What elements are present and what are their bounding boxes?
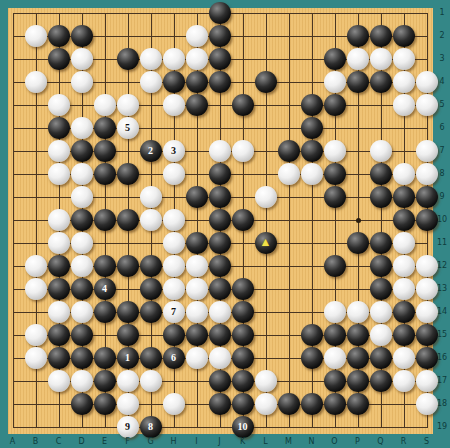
stone-white[interactable] — [209, 140, 231, 162]
col-label: F — [122, 438, 134, 446]
stone-black[interactable] — [140, 255, 162, 277]
stone-black[interactable] — [370, 232, 392, 254]
stone-white[interactable] — [255, 370, 277, 392]
stone-black[interactable] — [232, 370, 254, 392]
col-label: K — [237, 438, 249, 446]
stone-white[interactable] — [393, 370, 415, 392]
stone-white[interactable] — [163, 94, 185, 116]
col-label: Q — [375, 438, 387, 446]
stone-white[interactable] — [117, 94, 139, 116]
stone-white[interactable] — [25, 255, 47, 277]
stone-white[interactable] — [255, 393, 277, 415]
stone-black[interactable] — [232, 347, 254, 369]
row-label: 3 — [435, 55, 449, 63]
stone-white[interactable] — [370, 301, 392, 323]
col-label: J — [214, 438, 226, 446]
stone-black[interactable] — [347, 71, 369, 93]
stone-black[interactable] — [186, 324, 208, 346]
row-label: 5 — [435, 101, 449, 109]
col-label: L — [260, 438, 272, 446]
stone-white[interactable] — [94, 94, 116, 116]
stone-white[interactable] — [393, 347, 415, 369]
col-label: I — [191, 438, 203, 446]
col-label: E — [99, 438, 111, 446]
col-label: M — [283, 438, 295, 446]
col-label: O — [329, 438, 341, 446]
stone-white[interactable] — [347, 48, 369, 70]
stone-black[interactable] — [370, 25, 392, 47]
stone-black[interactable] — [209, 278, 231, 300]
stone-white[interactable] — [278, 163, 300, 185]
stone-black[interactable] — [94, 209, 116, 231]
stone-black[interactable] — [48, 255, 70, 277]
stone-white[interactable] — [186, 278, 208, 300]
move-number-label: 10 — [238, 422, 248, 432]
stone-black[interactable] — [117, 324, 139, 346]
stone-white[interactable] — [324, 140, 346, 162]
move-number-label: 5 — [125, 123, 130, 133]
row-label: 1 — [435, 9, 449, 17]
stone-black[interactable] — [324, 186, 346, 208]
stone-black[interactable] — [301, 324, 323, 346]
col-label: N — [306, 438, 318, 446]
stone-black[interactable] — [347, 347, 369, 369]
stone-black[interactable]: ▲ — [255, 232, 277, 254]
stone-white[interactable] — [117, 393, 139, 415]
stone-white[interactable] — [163, 393, 185, 415]
row-label: 14 — [435, 308, 449, 316]
row-label: 4 — [435, 78, 449, 86]
stone-black[interactable] — [324, 255, 346, 277]
stone-black[interactable] — [94, 140, 116, 162]
stone-white[interactable] — [71, 186, 93, 208]
stone-white[interactable] — [393, 71, 415, 93]
triangle-marker-icon: ▲ — [260, 236, 272, 248]
stone-black[interactable] — [301, 140, 323, 162]
stone-black[interactable] — [393, 301, 415, 323]
stone-white[interactable] — [163, 255, 185, 277]
col-label: H — [168, 438, 180, 446]
stone-black[interactable] — [370, 71, 392, 93]
stone-black[interactable] — [117, 163, 139, 185]
move-number-label: 3 — [171, 146, 176, 156]
stone-white[interactable] — [71, 370, 93, 392]
stone-black[interactable] — [186, 71, 208, 93]
stone-black[interactable] — [393, 209, 415, 231]
stone-white[interactable] — [71, 71, 93, 93]
stone-white[interactable] — [347, 301, 369, 323]
stone-white[interactable] — [393, 94, 415, 116]
stone-black[interactable] — [301, 94, 323, 116]
row-label: 7 — [435, 147, 449, 155]
stone-black[interactable]: 4 — [94, 278, 116, 300]
stone-black[interactable] — [209, 393, 231, 415]
stone-white[interactable] — [393, 163, 415, 185]
stone-black[interactable] — [117, 209, 139, 231]
stone-white[interactable] — [163, 48, 185, 70]
stone-white[interactable] — [48, 209, 70, 231]
stone-black[interactable] — [117, 255, 139, 277]
stone-black[interactable] — [209, 48, 231, 70]
stone-black[interactable] — [94, 163, 116, 185]
stone-white[interactable]: 9 — [117, 416, 139, 438]
stone-white[interactable] — [25, 25, 47, 47]
row-label: 6 — [435, 124, 449, 132]
stone-white[interactable] — [140, 48, 162, 70]
move-number-label: 9 — [125, 422, 130, 432]
stone-white[interactable]: 5 — [117, 117, 139, 139]
stone-white[interactable] — [48, 94, 70, 116]
stone-white[interactable] — [393, 232, 415, 254]
stone-black[interactable] — [347, 25, 369, 47]
stone-black[interactable] — [324, 324, 346, 346]
row-label: 17 — [435, 377, 449, 385]
stone-white[interactable] — [186, 347, 208, 369]
stone-black[interactable]: 6 — [163, 347, 185, 369]
col-label: C — [53, 438, 65, 446]
stone-white[interactable] — [163, 278, 185, 300]
stone-black[interactable] — [117, 301, 139, 323]
col-label: S — [421, 438, 433, 446]
row-label: 10 — [435, 216, 449, 224]
stone-black[interactable] — [209, 324, 231, 346]
stone-white[interactable] — [71, 117, 93, 139]
stone-black[interactable] — [140, 347, 162, 369]
stone-white[interactable] — [393, 255, 415, 277]
stone-black[interactable] — [324, 48, 346, 70]
stone-black[interactable] — [140, 301, 162, 323]
stone-black[interactable] — [94, 255, 116, 277]
stone-white[interactable]: 7 — [163, 301, 185, 323]
stone-white[interactable] — [48, 232, 70, 254]
row-label: 13 — [435, 285, 449, 293]
stone-black[interactable] — [232, 209, 254, 231]
col-label: R — [398, 438, 410, 446]
stone-white[interactable] — [209, 347, 231, 369]
stone-black[interactable] — [71, 209, 93, 231]
stone-white[interactable] — [186, 25, 208, 47]
stone-black[interactable] — [347, 324, 369, 346]
stone-white[interactable] — [25, 347, 47, 369]
stone-black[interactable] — [48, 347, 70, 369]
hoshi-point — [356, 218, 361, 223]
stone-black[interactable] — [209, 186, 231, 208]
stone-black[interactable] — [393, 186, 415, 208]
stone-black[interactable] — [71, 25, 93, 47]
stone-black[interactable] — [94, 370, 116, 392]
grid-line-horizontal — [13, 427, 428, 428]
stone-black[interactable] — [117, 48, 139, 70]
col-label: A — [7, 438, 19, 446]
stone-black[interactable] — [347, 370, 369, 392]
row-label: 19 — [435, 423, 449, 431]
move-number-label: 7 — [171, 307, 176, 317]
col-label: D — [76, 438, 88, 446]
stone-black[interactable] — [324, 163, 346, 185]
grid-line-vertical — [289, 13, 290, 428]
stone-white[interactable] — [48, 140, 70, 162]
stone-black[interactable] — [232, 278, 254, 300]
stone-white[interactable] — [186, 48, 208, 70]
stone-white[interactable] — [324, 301, 346, 323]
stone-white[interactable] — [140, 209, 162, 231]
row-label: 18 — [435, 400, 449, 408]
stone-black[interactable] — [301, 117, 323, 139]
move-number-label: 8 — [148, 422, 153, 432]
stone-black[interactable] — [209, 25, 231, 47]
stone-black[interactable] — [48, 25, 70, 47]
stone-black[interactable] — [71, 393, 93, 415]
stone-black[interactable] — [393, 324, 415, 346]
stone-white[interactable] — [393, 48, 415, 70]
stone-white[interactable] — [48, 301, 70, 323]
stone-black[interactable] — [94, 347, 116, 369]
col-label: B — [30, 438, 42, 446]
move-number-label: 2 — [148, 146, 153, 156]
stone-black[interactable] — [370, 163, 392, 185]
row-label: 11 — [435, 239, 449, 247]
stone-black[interactable] — [301, 393, 323, 415]
stone-white[interactable] — [209, 301, 231, 323]
stone-white[interactable] — [25, 278, 47, 300]
stone-white[interactable] — [117, 370, 139, 392]
stone-black[interactable] — [48, 48, 70, 70]
stone-white[interactable] — [48, 370, 70, 392]
stone-black[interactable] — [370, 278, 392, 300]
stone-black[interactable] — [255, 71, 277, 93]
stone-black[interactable] — [186, 186, 208, 208]
stone-black[interactable] — [347, 393, 369, 415]
stone-white[interactable] — [71, 163, 93, 185]
stone-white[interactable] — [48, 163, 70, 185]
stone-black[interactable] — [278, 393, 300, 415]
stone-black[interactable] — [232, 94, 254, 116]
stone-black[interactable] — [71, 140, 93, 162]
stone-white[interactable] — [255, 186, 277, 208]
stone-black[interactable] — [163, 324, 185, 346]
stone-white[interactable] — [25, 324, 47, 346]
stone-white[interactable] — [71, 301, 93, 323]
stone-white[interactable] — [71, 255, 93, 277]
stone-black[interactable] — [209, 71, 231, 93]
stone-black[interactable] — [48, 324, 70, 346]
stone-black[interactable] — [140, 278, 162, 300]
stone-white[interactable] — [163, 232, 185, 254]
stone-black[interactable] — [324, 94, 346, 116]
stone-black[interactable] — [209, 209, 231, 231]
go-board[interactable]: 523▲47169810 — [8, 8, 433, 434]
col-label: P — [352, 438, 364, 446]
stone-black[interactable]: 1 — [117, 347, 139, 369]
stone-white[interactable] — [25, 71, 47, 93]
stone-white[interactable] — [393, 278, 415, 300]
stone-black[interactable] — [186, 232, 208, 254]
stone-white[interactable] — [186, 255, 208, 277]
stone-black[interactable]: 8 — [140, 416, 162, 438]
stone-black[interactable] — [48, 117, 70, 139]
row-label: 8 — [435, 170, 449, 178]
stone-white[interactable]: 3 — [163, 140, 185, 162]
stone-black[interactable] — [232, 393, 254, 415]
stone-black[interactable] — [71, 278, 93, 300]
move-number-label: 4 — [102, 284, 107, 294]
stone-white[interactable] — [370, 324, 392, 346]
stone-black[interactable] — [71, 347, 93, 369]
stone-black[interactable] — [94, 117, 116, 139]
stone-white[interactable] — [186, 301, 208, 323]
stone-black[interactable] — [370, 255, 392, 277]
stone-black[interactable] — [48, 278, 70, 300]
stone-black[interactable] — [278, 140, 300, 162]
col-label: G — [145, 438, 157, 446]
stone-white[interactable] — [301, 163, 323, 185]
stone-black[interactable] — [94, 393, 116, 415]
row-label: 9 — [435, 193, 449, 201]
stone-black[interactable] — [94, 301, 116, 323]
stone-white[interactable] — [232, 140, 254, 162]
stone-white[interactable] — [71, 48, 93, 70]
stone-white[interactable] — [370, 48, 392, 70]
stone-white[interactable] — [140, 186, 162, 208]
stone-white[interactable] — [140, 370, 162, 392]
stone-black[interactable] — [209, 163, 231, 185]
stone-black[interactable] — [324, 370, 346, 392]
stone-black[interactable] — [71, 324, 93, 346]
stone-black[interactable] — [370, 186, 392, 208]
stone-white[interactable] — [140, 71, 162, 93]
stone-white[interactable] — [324, 347, 346, 369]
stone-white[interactable] — [163, 209, 185, 231]
stone-black[interactable] — [163, 71, 185, 93]
stone-black[interactable]: 2 — [140, 140, 162, 162]
row-label: 15 — [435, 331, 449, 339]
stone-black[interactable] — [393, 25, 415, 47]
stone-black[interactable] — [232, 301, 254, 323]
row-label: 16 — [435, 354, 449, 362]
stone-black[interactable] — [209, 2, 231, 24]
go-game-screenshot: 523▲47169810 123456789101112131415161718… — [0, 0, 450, 448]
stone-black[interactable] — [232, 324, 254, 346]
move-number-label: 1 — [125, 353, 130, 363]
row-label: 12 — [435, 262, 449, 270]
stone-black[interactable] — [324, 393, 346, 415]
stone-black[interactable] — [209, 255, 231, 277]
stone-black[interactable] — [347, 232, 369, 254]
stone-white[interactable] — [163, 163, 185, 185]
stone-black[interactable] — [370, 347, 392, 369]
stone-white[interactable] — [324, 71, 346, 93]
stone-black[interactable] — [209, 370, 231, 392]
stone-white[interactable] — [370, 140, 392, 162]
stone-black[interactable] — [370, 370, 392, 392]
stone-black[interactable] — [186, 94, 208, 116]
stone-black[interactable]: 10 — [232, 416, 254, 438]
stone-white[interactable] — [71, 232, 93, 254]
stone-black[interactable] — [301, 347, 323, 369]
row-label: 2 — [435, 32, 449, 40]
stone-black[interactable] — [209, 232, 231, 254]
move-number-label: 6 — [171, 353, 176, 363]
